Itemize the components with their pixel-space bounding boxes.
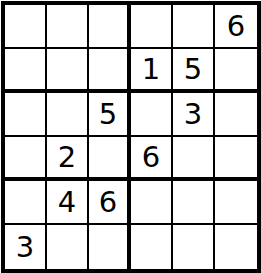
sudoku-board: 6155326463 — [1, 1, 261, 273]
cell-r4c2[interactable]: 2 — [47, 137, 89, 181]
cell-r4c4[interactable]: 6 — [131, 137, 173, 181]
cell-r6c4[interactable] — [131, 225, 173, 269]
cell-r1c4[interactable] — [131, 5, 173, 49]
cell-r3c4[interactable] — [131, 93, 173, 137]
cell-r6c5[interactable] — [173, 225, 215, 269]
cell-r6c3[interactable] — [89, 225, 131, 269]
sudoku-page: 6155326463 — [0, 0, 261, 273]
cell-r4c6[interactable] — [215, 137, 257, 181]
cell-r4c1[interactable] — [5, 137, 47, 181]
cell-r3c1[interactable] — [5, 93, 47, 137]
cell-r6c6[interactable] — [215, 225, 257, 269]
cell-r3c2[interactable] — [47, 93, 89, 137]
cell-r1c6[interactable]: 6 — [215, 5, 257, 49]
cell-r2c1[interactable] — [5, 49, 47, 93]
cell-r2c2[interactable] — [47, 49, 89, 93]
cell-r6c2[interactable] — [47, 225, 89, 269]
cell-r5c5[interactable] — [173, 181, 215, 225]
cell-r2c4[interactable]: 1 — [131, 49, 173, 93]
cell-r2c6[interactable] — [215, 49, 257, 93]
cell-r1c2[interactable] — [47, 5, 89, 49]
cell-r5c2[interactable]: 4 — [47, 181, 89, 225]
cell-r3c5[interactable]: 3 — [173, 93, 215, 137]
cell-r2c3[interactable] — [89, 49, 131, 93]
cell-r3c3[interactable]: 5 — [89, 93, 131, 137]
cell-r5c6[interactable] — [215, 181, 257, 225]
cell-r6c1[interactable]: 3 — [5, 225, 47, 269]
cell-r1c1[interactable] — [5, 5, 47, 49]
cell-r1c3[interactable] — [89, 5, 131, 49]
cell-r5c3[interactable]: 6 — [89, 181, 131, 225]
cell-r3c6[interactable] — [215, 93, 257, 137]
cell-r4c3[interactable] — [89, 137, 131, 181]
cell-r4c5[interactable] — [173, 137, 215, 181]
cell-r2c5[interactable]: 5 — [173, 49, 215, 93]
cell-r5c1[interactable] — [5, 181, 47, 225]
cell-r1c5[interactable] — [173, 5, 215, 49]
cell-r5c4[interactable] — [131, 181, 173, 225]
